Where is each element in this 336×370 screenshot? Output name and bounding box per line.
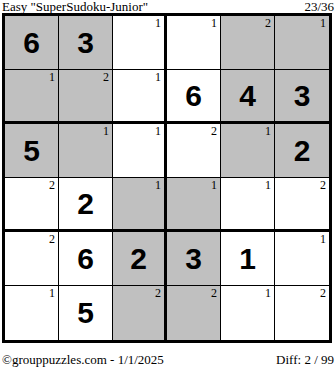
cell-r3c3[interactable]: 1 [113, 124, 167, 178]
cell-r3c2[interactable]: 1 [59, 124, 113, 178]
corner-mark: 2 [103, 70, 109, 84]
footer-bar: ©grouppuzzles.com - 1/1/2025 Diff: 2 / 9… [0, 352, 336, 368]
corner-mark: 1 [155, 16, 161, 30]
given-digit: 3 [77, 28, 94, 58]
puzzle-title: Easy "SuperSudoku-Junior" [2, 0, 148, 13]
header-bar: Easy "SuperSudoku-Junior" 23/36 [0, 0, 336, 13]
corner-mark: 1 [265, 286, 271, 300]
cell-r5c2: 6 [59, 232, 113, 286]
cell-r6c2: 5 [59, 286, 113, 340]
cell-r5c6[interactable]: 1 [275, 232, 329, 286]
corner-mark: 1 [103, 124, 109, 138]
sudoku-grid: 631121121643511212221112262311152212 [2, 13, 332, 343]
blank-cell-counter: 23/36 [304, 0, 334, 13]
given-digit: 3 [185, 244, 202, 274]
cell-r3c5[interactable]: 1 [221, 124, 275, 178]
copyright-text: ©grouppuzzles.com - 1/1/2025 [2, 352, 164, 368]
cell-r4c6[interactable]: 2 [275, 178, 329, 232]
cell-r3c4[interactable]: 2 [167, 124, 221, 178]
given-digit: 3 [294, 81, 311, 111]
corner-mark: 1 [320, 16, 326, 30]
corner-mark: 1 [265, 124, 271, 138]
difficulty-text: Diff: 2 / 99 [276, 352, 334, 368]
cell-r5c5: 1 [221, 232, 275, 286]
corner-mark: 2 [49, 232, 55, 246]
given-digit: 6 [77, 244, 94, 274]
cell-r2c6: 3 [275, 70, 329, 124]
given-digit: 4 [239, 81, 256, 111]
cell-r4c3[interactable]: 1 [113, 178, 167, 232]
given-digit: 2 [77, 189, 94, 219]
corner-mark: 2 [211, 286, 217, 300]
cell-r2c2[interactable]: 2 [59, 70, 113, 124]
cell-r4c2: 2 [59, 178, 113, 232]
cell-r1c3[interactable]: 1 [113, 16, 167, 70]
corner-mark: 1 [155, 178, 161, 192]
corner-mark: 2 [155, 286, 161, 300]
corner-mark: 2 [49, 178, 55, 192]
corner-mark: 1 [320, 232, 326, 246]
cell-r6c5[interactable]: 1 [221, 286, 275, 340]
given-digit: 2 [130, 244, 147, 274]
corner-mark: 2 [320, 178, 326, 192]
given-digit: 1 [239, 244, 256, 274]
corner-mark: 1 [211, 16, 217, 30]
cell-r6c1[interactable]: 1 [5, 286, 59, 340]
corner-mark: 1 [155, 124, 161, 138]
cell-r6c4[interactable]: 2 [167, 286, 221, 340]
corner-mark: 1 [265, 178, 271, 192]
cell-r4c1[interactable]: 2 [5, 178, 59, 232]
cell-r6c6[interactable]: 2 [275, 286, 329, 340]
corner-mark: 1 [211, 178, 217, 192]
corner-mark: 1 [155, 70, 161, 84]
cell-r4c5[interactable]: 1 [221, 178, 275, 232]
cell-r2c3[interactable]: 1 [113, 70, 167, 124]
given-digit: 2 [294, 136, 311, 166]
corner-mark: 2 [320, 286, 326, 300]
cell-r1c5[interactable]: 2 [221, 16, 275, 70]
corner-mark: 1 [49, 70, 55, 84]
corner-mark: 2 [265, 16, 271, 30]
given-digit: 5 [77, 298, 94, 328]
cell-r1c2: 3 [59, 16, 113, 70]
cell-r1c6[interactable]: 1 [275, 16, 329, 70]
corner-mark: 2 [211, 124, 217, 138]
cell-r5c1[interactable]: 2 [5, 232, 59, 286]
cell-r5c3: 2 [113, 232, 167, 286]
cell-r2c1[interactable]: 1 [5, 70, 59, 124]
cell-r2c4: 6 [167, 70, 221, 124]
cell-r6c3[interactable]: 2 [113, 286, 167, 340]
cell-r2c5: 4 [221, 70, 275, 124]
cell-r1c1: 6 [5, 16, 59, 70]
cell-r5c4: 3 [167, 232, 221, 286]
given-digit: 6 [23, 28, 40, 58]
given-digit: 5 [23, 136, 40, 166]
given-digit: 6 [185, 81, 202, 111]
cell-r3c1: 5 [5, 124, 59, 178]
cell-r4c4[interactable]: 1 [167, 178, 221, 232]
cell-r1c4[interactable]: 1 [167, 16, 221, 70]
cell-r3c6: 2 [275, 124, 329, 178]
corner-mark: 1 [49, 286, 55, 300]
